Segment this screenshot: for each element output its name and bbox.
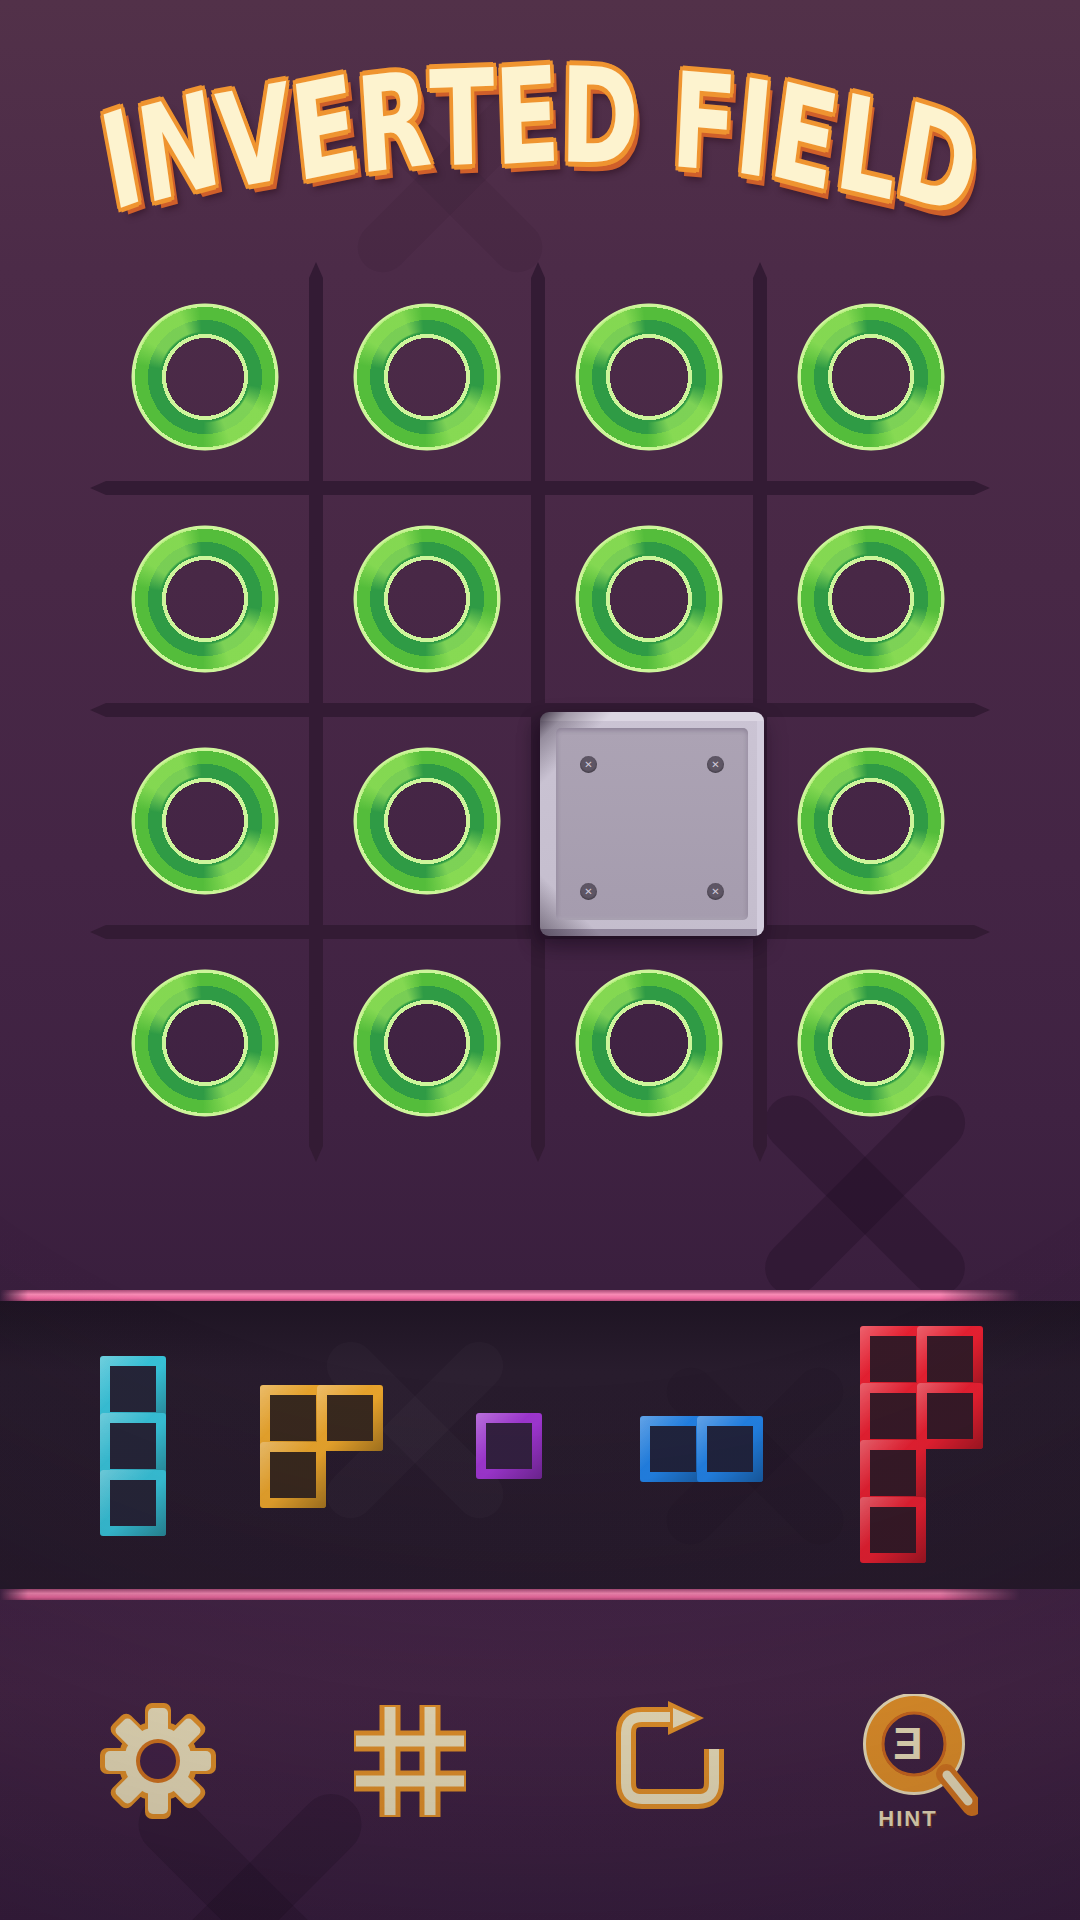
cell-r1c1-ring[interactable] — [131, 303, 279, 451]
screw-icon: ✕ — [707, 883, 724, 900]
cell-r3c3-blocked-plate: ✕✕✕✕ — [540, 712, 764, 936]
cell-r2c1-ring[interactable] — [131, 525, 279, 673]
screw-icon: ✕ — [580, 883, 597, 900]
piece-cell[interactable] — [317, 1385, 383, 1451]
hint-button[interactable]: Ǝ HINT — [852, 1694, 984, 1866]
restart-button[interactable] — [604, 1701, 736, 1873]
cell-r4c3-ring[interactable] — [575, 969, 723, 1117]
cell-r1c3-ring[interactable] — [575, 303, 723, 451]
settings-button[interactable] — [92, 1701, 224, 1873]
cell-r3c2-ring[interactable] — [353, 747, 501, 895]
piece-cell[interactable] — [260, 1442, 326, 1508]
piece-cell[interactable] — [917, 1383, 983, 1449]
cell-r2c2-ring[interactable] — [353, 525, 501, 673]
piece-cell[interactable] — [697, 1416, 763, 1482]
cell-r1c4-ring[interactable] — [797, 303, 945, 451]
screw-icon: ✕ — [707, 756, 724, 773]
hint-count: Ǝ — [878, 1716, 938, 1772]
title-char: D — [559, 43, 640, 190]
gear-icon — [98, 1701, 218, 1821]
tray-top-divider — [0, 1290, 1080, 1301]
title-char: T — [429, 45, 497, 192]
cell-r4c2-ring[interactable] — [353, 969, 501, 1117]
piece-cell[interactable] — [476, 1413, 542, 1479]
title-char: F — [669, 48, 740, 198]
grid-line — [531, 262, 545, 1162]
cell-r3c4-ring[interactable] — [797, 747, 945, 895]
title-char: E — [493, 42, 562, 191]
cell-r4c4-ring[interactable] — [797, 969, 945, 1117]
grid-line — [309, 262, 323, 1162]
hint-label: HINT — [852, 1806, 964, 1832]
cell-r3c1-ring[interactable] — [131, 747, 279, 895]
tray-bottom-divider — [0, 1589, 1080, 1600]
title-char: R — [352, 46, 434, 199]
cell-r1c2-ring[interactable] — [353, 303, 501, 451]
game-screen: INVERTED FIELD ✕✕✕✕ — [0, 0, 1080, 1920]
page-title: INVERTED FIELD — [151, 44, 929, 189]
grid-button[interactable] — [344, 1701, 476, 1873]
piece-cell[interactable] — [100, 1470, 166, 1536]
cell-r2c3-ring[interactable] — [575, 525, 723, 673]
hash-grid-icon — [350, 1701, 470, 1821]
cell-r4c1-ring[interactable] — [131, 969, 279, 1117]
cell-r2c4-ring[interactable] — [797, 525, 945, 673]
title-char: V — [212, 59, 299, 216]
screw-icon: ✕ — [580, 756, 597, 773]
restart-arrow-icon — [610, 1701, 730, 1821]
piece-cell[interactable] — [860, 1497, 926, 1563]
